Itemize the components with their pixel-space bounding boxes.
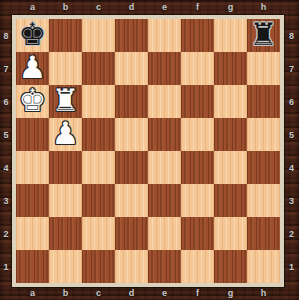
square-c8[interactable] [82, 19, 115, 52]
square-e6[interactable] [148, 85, 181, 118]
square-e8[interactable] [148, 19, 181, 52]
square-h6[interactable] [247, 85, 280, 118]
square-f6[interactable] [181, 85, 214, 118]
square-f5[interactable] [181, 118, 214, 151]
rank-label-1: 1 [284, 250, 299, 283]
black-rook[interactable]: ♜ [250, 19, 278, 50]
square-h3[interactable] [247, 184, 280, 217]
square-f2[interactable] [181, 217, 214, 250]
square-a4[interactable] [16, 151, 49, 184]
square-g3[interactable] [214, 184, 247, 217]
square-b2[interactable] [49, 217, 82, 250]
rank-label-4: 4 [0, 151, 12, 184]
square-b1[interactable] [49, 250, 82, 283]
square-b8[interactable] [49, 19, 82, 52]
square-c5[interactable] [82, 118, 115, 151]
square-c3[interactable] [82, 184, 115, 217]
rank-label-8: 8 [0, 19, 12, 52]
square-d8[interactable] [115, 19, 148, 52]
square-c7[interactable] [82, 52, 115, 85]
square-c4[interactable] [82, 151, 115, 184]
square-g6[interactable] [214, 85, 247, 118]
file-label-h: h [247, 0, 280, 13]
rank-label-1: 1 [0, 250, 12, 283]
file-label-d: d [115, 0, 148, 13]
rank-label-6: 6 [0, 85, 12, 118]
file-label-b: b [49, 286, 82, 300]
rank-label-7: 7 [0, 52, 12, 85]
square-e1[interactable] [148, 250, 181, 283]
square-g2[interactable] [214, 217, 247, 250]
file-label-c: c [82, 0, 115, 13]
file-label-b: b [49, 0, 82, 13]
square-f8[interactable] [181, 19, 214, 52]
rank-label-7: 7 [284, 52, 299, 85]
board: ♚♜♟♚♜♟ [16, 19, 280, 283]
square-g8[interactable] [214, 19, 247, 52]
file-label-e: e [148, 286, 181, 300]
chess-board-frame: abcdefgh abcdefgh 87654321 87654321 ♚♜♟♚… [0, 0, 299, 300]
square-d1[interactable] [115, 250, 148, 283]
square-d4[interactable] [115, 151, 148, 184]
square-a3[interactable] [16, 184, 49, 217]
square-a8[interactable]: ♚ [16, 19, 49, 52]
file-label-a: a [16, 0, 49, 13]
rank-label-2: 2 [284, 217, 299, 250]
square-c2[interactable] [82, 217, 115, 250]
square-f7[interactable] [181, 52, 214, 85]
square-h2[interactable] [247, 217, 280, 250]
square-e4[interactable] [148, 151, 181, 184]
file-label-a: a [16, 286, 49, 300]
square-e3[interactable] [148, 184, 181, 217]
square-a7[interactable]: ♟ [16, 52, 49, 85]
file-label-h: h [247, 286, 280, 300]
square-d7[interactable] [115, 52, 148, 85]
square-b3[interactable] [49, 184, 82, 217]
square-f1[interactable] [181, 250, 214, 283]
black-king[interactable]: ♚ [19, 19, 47, 50]
file-label-e: e [148, 0, 181, 13]
square-h8[interactable]: ♜ [247, 19, 280, 52]
square-b5[interactable]: ♟ [49, 118, 82, 151]
square-g4[interactable] [214, 151, 247, 184]
rank-label-4: 4 [284, 151, 299, 184]
square-b4[interactable] [49, 151, 82, 184]
rank-labels-right: 87654321 [284, 19, 299, 283]
rank-label-3: 3 [284, 184, 299, 217]
rank-label-5: 5 [284, 118, 299, 151]
square-d2[interactable] [115, 217, 148, 250]
file-labels-top: abcdefgh [16, 0, 280, 13]
rank-labels-left: 87654321 [0, 19, 12, 283]
square-c1[interactable] [82, 250, 115, 283]
file-label-f: f [181, 0, 214, 13]
square-a6[interactable]: ♚ [16, 85, 49, 118]
file-label-c: c [82, 286, 115, 300]
rank-label-8: 8 [284, 19, 299, 52]
square-g7[interactable] [214, 52, 247, 85]
rank-label-6: 6 [284, 85, 299, 118]
square-a2[interactable] [16, 217, 49, 250]
square-d5[interactable] [115, 118, 148, 151]
square-b6[interactable]: ♜ [49, 85, 82, 118]
board-border: ♚♜♟♚♜♟ [12, 15, 284, 287]
white-king[interactable]: ♚ [19, 85, 47, 116]
square-a5[interactable] [16, 118, 49, 151]
square-h4[interactable] [247, 151, 280, 184]
file-label-g: g [214, 286, 247, 300]
square-e2[interactable] [148, 217, 181, 250]
square-c6[interactable] [82, 85, 115, 118]
square-e7[interactable] [148, 52, 181, 85]
square-f4[interactable] [181, 151, 214, 184]
square-g5[interactable] [214, 118, 247, 151]
square-e5[interactable] [148, 118, 181, 151]
rank-label-2: 2 [0, 217, 12, 250]
square-f3[interactable] [181, 184, 214, 217]
file-label-f: f [181, 286, 214, 300]
square-d6[interactable] [115, 85, 148, 118]
rank-label-3: 3 [0, 184, 12, 217]
white-rook[interactable]: ♜ [52, 85, 80, 116]
square-b7[interactable] [49, 52, 82, 85]
square-g1[interactable] [214, 250, 247, 283]
square-a1[interactable] [16, 250, 49, 283]
square-h7[interactable] [247, 52, 280, 85]
square-d3[interactable] [115, 184, 148, 217]
file-label-d: d [115, 286, 148, 300]
square-h1[interactable] [247, 250, 280, 283]
file-labels-bottom: abcdefgh [16, 286, 280, 300]
file-label-g: g [214, 0, 247, 13]
white-pawn[interactable]: ♟ [52, 118, 80, 149]
white-pawn[interactable]: ♟ [19, 52, 47, 83]
square-h5[interactable] [247, 118, 280, 151]
rank-label-5: 5 [0, 118, 12, 151]
